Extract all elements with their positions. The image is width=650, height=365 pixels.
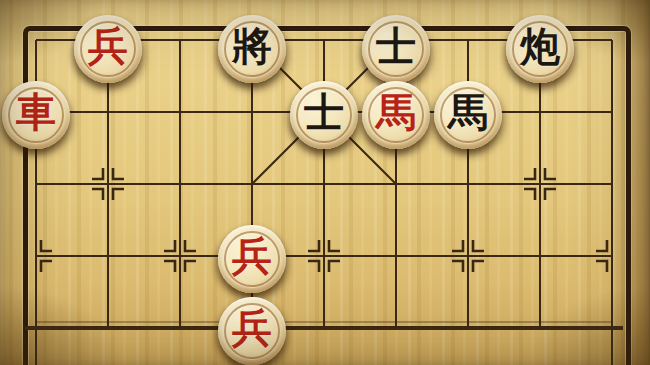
soldier-point-marker: [185, 240, 196, 251]
piece-glyph: 兵: [232, 237, 272, 277]
soldier-point-marker: [185, 261, 196, 272]
soldier-point-marker: [329, 261, 340, 272]
piece-glyph: 士: [376, 27, 416, 67]
soldier-point-marker: [41, 261, 52, 272]
soldier-point-marker: [164, 261, 175, 272]
piece-glyph: 車: [16, 93, 56, 133]
piece-glyph: 士: [304, 93, 344, 133]
piece-red-horse[interactable]: 馬: [362, 81, 430, 149]
cannon-point-marker: [92, 189, 103, 200]
piece-glyph: 馬: [376, 93, 416, 133]
soldier-point-marker: [596, 240, 607, 251]
piece-red-soldier-b[interactable]: 兵: [218, 225, 286, 293]
soldier-point-marker: [329, 240, 340, 251]
piece-black-cannon[interactable]: 炮: [506, 15, 574, 83]
piece-glyph: 兵: [88, 27, 128, 67]
xiangqi-board: 兵將士炮車士馬馬兵兵: [0, 0, 650, 365]
soldier-point-marker: [452, 240, 463, 251]
piece-glyph: 將: [232, 27, 272, 67]
cannon-point-marker: [524, 168, 535, 179]
piece-glyph: 兵: [232, 309, 272, 349]
soldier-point-marker: [308, 261, 319, 272]
piece-glyph: 馬: [448, 93, 488, 133]
piece-black-horse[interactable]: 馬: [434, 81, 502, 149]
piece-black-advisor-b[interactable]: 士: [290, 81, 358, 149]
soldier-point-marker: [41, 240, 52, 251]
piece-black-advisor-a[interactable]: 士: [362, 15, 430, 83]
piece-glyph: 炮: [520, 27, 560, 67]
cannon-point-marker: [545, 168, 556, 179]
cannon-point-marker: [92, 168, 103, 179]
piece-red-chariot[interactable]: 車: [2, 81, 70, 149]
soldier-point-marker: [308, 240, 319, 251]
cannon-point-marker: [113, 168, 124, 179]
soldier-point-marker: [473, 261, 484, 272]
cannon-point-marker: [113, 189, 124, 200]
soldier-point-marker: [473, 240, 484, 251]
cannon-point-marker: [524, 189, 535, 200]
cannon-point-marker: [545, 189, 556, 200]
soldier-point-marker: [452, 261, 463, 272]
piece-red-soldier-a[interactable]: 兵: [74, 15, 142, 83]
piece-red-soldier-c[interactable]: 兵: [218, 297, 286, 365]
soldier-point-marker: [596, 261, 607, 272]
piece-black-general[interactable]: 將: [218, 15, 286, 83]
soldier-point-marker: [164, 240, 175, 251]
